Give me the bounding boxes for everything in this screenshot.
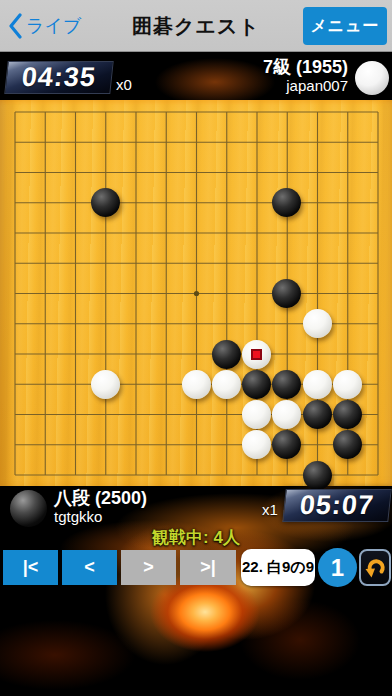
intersection-2-1[interactable]: [30, 97, 60, 127]
intersection-11-12[interactable]: [302, 430, 332, 460]
intersection-13-1[interactable]: [362, 97, 392, 127]
intersection-8-9[interactable]: [211, 339, 241, 369]
intersection-1-12[interactable]: [0, 430, 30, 460]
intersection-1-1[interactable]: [0, 97, 30, 127]
intersection-2-5[interactable]: [30, 218, 60, 248]
intersection-5-2[interactable]: [120, 127, 150, 157]
undo-arrow-icon: [363, 556, 387, 580]
white-player-bar: 04:35 x0 7級 (1955) japan007: [0, 52, 392, 100]
intersection-12-6[interactable]: [332, 248, 362, 278]
menu-button[interactable]: メニュー: [303, 7, 387, 45]
intersection-6-5[interactable]: [151, 218, 181, 248]
intersection-7-2[interactable]: [181, 127, 211, 157]
intersection-4-5[interactable]: [90, 218, 120, 248]
intersection-7-11[interactable]: [181, 399, 211, 429]
intersection-13-3[interactable]: [362, 157, 392, 187]
intersection-11-7[interactable]: [302, 278, 332, 308]
intersection-1-2[interactable]: [0, 127, 30, 157]
intersection-12-8[interactable]: [332, 309, 362, 339]
intersection-3-1[interactable]: [60, 97, 90, 127]
intersection-3-12[interactable]: [60, 430, 90, 460]
intersection-12-12[interactable]: [332, 430, 362, 460]
white-stone: [212, 370, 241, 399]
intersection-10-12[interactable]: [272, 430, 302, 460]
last-move-marker: [251, 349, 262, 360]
black-captures: x1: [262, 501, 278, 518]
prev-move-button[interactable]: <: [62, 550, 117, 585]
intersection-13-2[interactable]: [362, 127, 392, 157]
intersection-13-11[interactable]: [362, 399, 392, 429]
intersection-9-12[interactable]: [241, 430, 271, 460]
intersection-6-2[interactable]: [151, 127, 181, 157]
intersection-12-1[interactable]: [332, 97, 362, 127]
white-player-info: 7級 (1955) japan007: [263, 58, 348, 94]
white-stone: [242, 340, 271, 369]
intersection-1-6[interactable]: [0, 248, 30, 278]
intersection-11-3[interactable]: [302, 157, 332, 187]
intersection-8-2[interactable]: [211, 127, 241, 157]
intersection-10-9[interactable]: [272, 339, 302, 369]
intersection-11-5[interactable]: [302, 218, 332, 248]
go-board[interactable]: [0, 100, 392, 486]
black-stone: [212, 340, 241, 369]
intersection-3-11[interactable]: [60, 399, 90, 429]
intersection-13-6[interactable]: [362, 248, 392, 278]
count-badge[interactable]: 1: [318, 548, 357, 587]
intersection-5-1[interactable]: [120, 97, 150, 127]
black-stone-avatar: [10, 490, 47, 527]
intersection-8-8[interactable]: [211, 309, 241, 339]
intersection-5-7[interactable]: [120, 278, 150, 308]
intersection-2-10[interactable]: [30, 369, 60, 399]
intersection-8-11[interactable]: [211, 399, 241, 429]
intersection-8-10[interactable]: [211, 369, 241, 399]
black-rank: 八段 (2500): [54, 489, 147, 509]
intersection-10-8[interactable]: [272, 309, 302, 339]
intersection-13-9[interactable]: [362, 339, 392, 369]
intersection-11-11[interactable]: [302, 399, 332, 429]
white-username: japan007: [263, 78, 348, 95]
intersection-2-8[interactable]: [30, 309, 60, 339]
intersection-11-2[interactable]: [302, 127, 332, 157]
intersection-10-10[interactable]: [272, 369, 302, 399]
intersection-1-10[interactable]: [0, 369, 30, 399]
intersection-10-5[interactable]: [272, 218, 302, 248]
intersection-5-6[interactable]: [120, 248, 150, 278]
intersection-2-2[interactable]: [30, 127, 60, 157]
black-stone: [272, 370, 301, 399]
intersection-9-8[interactable]: [241, 309, 271, 339]
intersection-10-11[interactable]: [272, 399, 302, 429]
white-stone: [303, 370, 332, 399]
intersection-4-4[interactable]: [90, 188, 120, 218]
intersection-6-12[interactable]: [151, 430, 181, 460]
intersection-12-2[interactable]: [332, 127, 362, 157]
intersection-8-3[interactable]: [211, 157, 241, 187]
intersection-1-4[interactable]: [0, 188, 30, 218]
intersection-7-6[interactable]: [181, 248, 211, 278]
intersection-3-3[interactable]: [60, 157, 90, 187]
intersection-9-10[interactable]: [241, 369, 271, 399]
intersection-7-12[interactable]: [181, 430, 211, 460]
intersection-2-6[interactable]: [30, 248, 60, 278]
intersection-5-11[interactable]: [120, 399, 150, 429]
intersection-12-5[interactable]: [332, 218, 362, 248]
intersection-1-5[interactable]: [0, 218, 30, 248]
intersection-10-6[interactable]: [272, 248, 302, 278]
black-clock-digits: 05:07: [298, 490, 375, 521]
intersection-13-5[interactable]: [362, 218, 392, 248]
black-player-info: 八段 (2500) tgtgkko: [54, 489, 147, 525]
intersection-13-7[interactable]: [362, 278, 392, 308]
intersection-9-5[interactable]: [241, 218, 271, 248]
intersection-3-2[interactable]: [60, 127, 90, 157]
intersection-11-4[interactable]: [302, 188, 332, 218]
white-stone: [91, 370, 120, 399]
white-stone: [303, 309, 332, 338]
intersection-10-2[interactable]: [272, 127, 302, 157]
intersection-2-7[interactable]: [30, 278, 60, 308]
intersection-12-11[interactable]: [332, 399, 362, 429]
first-move-button[interactable]: |<: [3, 550, 58, 585]
intersection-5-8[interactable]: [120, 309, 150, 339]
navigation-bar: ライブ 囲碁クエスト メニュー: [0, 0, 392, 52]
intersection-2-4[interactable]: [30, 188, 60, 218]
black-stone: [242, 370, 271, 399]
white-clock-digits: 04:35: [20, 62, 97, 93]
white-stone: [242, 430, 271, 459]
intersection-12-3[interactable]: [332, 157, 362, 187]
intersection-10-3[interactable]: [272, 157, 302, 187]
intersection-10-1[interactable]: [272, 97, 302, 127]
black-stone: [272, 188, 301, 217]
intersection-7-8[interactable]: [181, 309, 211, 339]
intersection-9-9[interactable]: [241, 339, 271, 369]
intersection-1-9[interactable]: [0, 339, 30, 369]
move-label: 22. 白9の9: [241, 549, 315, 586]
black-clock: 05:07: [282, 489, 391, 522]
intersection-8-12[interactable]: [211, 430, 241, 460]
intersection-3-5[interactable]: [60, 218, 90, 248]
intersection-4-9[interactable]: [90, 339, 120, 369]
intersection-5-9[interactable]: [120, 339, 150, 369]
intersection-7-1[interactable]: [181, 97, 211, 127]
intersection-5-5[interactable]: [120, 218, 150, 248]
intersection-7-3[interactable]: [181, 157, 211, 187]
intersection-4-2[interactable]: [90, 127, 120, 157]
intersection-3-9[interactable]: [60, 339, 90, 369]
white-stone: [333, 370, 362, 399]
intersection-6-11[interactable]: [151, 399, 181, 429]
black-stone: [272, 430, 301, 459]
white-stone: [272, 400, 301, 429]
intersection-4-12[interactable]: [90, 430, 120, 460]
intersection-13-10[interactable]: [362, 369, 392, 399]
intersection-6-4[interactable]: [151, 188, 181, 218]
intersection-7-4[interactable]: [181, 188, 211, 218]
intersection-4-6[interactable]: [90, 248, 120, 278]
intersection-2-12[interactable]: [30, 430, 60, 460]
next-move-button[interactable]: >: [121, 550, 176, 585]
spectator-count: 観戦中: 4人: [0, 526, 392, 549]
intersection-3-6[interactable]: [60, 248, 90, 278]
intersection-11-8[interactable]: [302, 309, 332, 339]
intersection-12-9[interactable]: [332, 339, 362, 369]
intersection-2-3[interactable]: [30, 157, 60, 187]
intersection-6-9[interactable]: [151, 339, 181, 369]
intersection-4-11[interactable]: [90, 399, 120, 429]
intersection-6-6[interactable]: [151, 248, 181, 278]
white-captures: x0: [116, 76, 132, 93]
intersection-7-7[interactable]: [181, 278, 211, 308]
intersection-6-10[interactable]: [151, 369, 181, 399]
intersection-11-10[interactable]: [302, 369, 332, 399]
intersection-8-6[interactable]: [211, 248, 241, 278]
board-grid: [0, 97, 392, 490]
intersection-9-3[interactable]: [241, 157, 271, 187]
intersection-3-10[interactable]: [60, 369, 90, 399]
intersection-5-12[interactable]: [120, 430, 150, 460]
intersection-3-7[interactable]: [60, 278, 90, 308]
white-stone-avatar: [355, 61, 389, 95]
intersection-6-3[interactable]: [151, 157, 181, 187]
black-stone: [272, 279, 301, 308]
intersection-5-4[interactable]: [120, 188, 150, 218]
intersection-4-3[interactable]: [90, 157, 120, 187]
intersection-11-9[interactable]: [302, 339, 332, 369]
white-rank: 7級 (1955): [263, 58, 348, 78]
intersection-4-10[interactable]: [90, 369, 120, 399]
white-clock: 04:35: [4, 61, 113, 94]
intersection-9-4[interactable]: [241, 188, 271, 218]
intersection-8-1[interactable]: [211, 97, 241, 127]
intersection-1-3[interactable]: [0, 157, 30, 187]
intersection-1-8[interactable]: [0, 309, 30, 339]
intersection-10-7[interactable]: [272, 278, 302, 308]
intersection-9-11[interactable]: [241, 399, 271, 429]
intersection-1-7[interactable]: [0, 278, 30, 308]
intersection-13-8[interactable]: [362, 309, 392, 339]
intersection-3-8[interactable]: [60, 309, 90, 339]
last-move-button[interactable]: >|: [180, 550, 236, 585]
intersection-9-6[interactable]: [241, 248, 271, 278]
intersection-13-12[interactable]: [362, 430, 392, 460]
intersection-8-7[interactable]: [211, 278, 241, 308]
intersection-13-4[interactable]: [362, 188, 392, 218]
black-stone: [91, 188, 120, 217]
move-controls: |< < > >| 22. 白9の9 1: [0, 550, 392, 587]
intersection-12-10[interactable]: [332, 369, 362, 399]
black-username: tgtgkko: [54, 509, 147, 526]
intersection-4-1[interactable]: [90, 97, 120, 127]
intersection-6-1[interactable]: [151, 97, 181, 127]
intersection-8-4[interactable]: [211, 188, 241, 218]
intersection-6-8[interactable]: [151, 309, 181, 339]
intersection-9-2[interactable]: [241, 127, 271, 157]
intersection-9-7[interactable]: [241, 278, 271, 308]
white-stone: [182, 370, 211, 399]
intersection-11-1[interactable]: [302, 97, 332, 127]
intersection-4-7[interactable]: [90, 278, 120, 308]
intersection-12-4[interactable]: [332, 188, 362, 218]
intersection-7-10[interactable]: [181, 369, 211, 399]
black-stone: [303, 400, 332, 429]
intersection-3-4[interactable]: [60, 188, 90, 218]
intersection-5-3[interactable]: [120, 157, 150, 187]
intersection-12-7[interactable]: [332, 278, 362, 308]
white-stone: [242, 400, 271, 429]
intersection-5-10[interactable]: [120, 369, 150, 399]
intersection-7-5[interactable]: [181, 218, 211, 248]
intersection-1-11[interactable]: [0, 399, 30, 429]
intersection-9-1[interactable]: [241, 97, 271, 127]
intersection-11-6[interactable]: [302, 248, 332, 278]
undo-button[interactable]: [359, 549, 391, 586]
intersection-4-8[interactable]: [90, 309, 120, 339]
intersection-8-5[interactable]: [211, 218, 241, 248]
intersection-6-7[interactable]: [151, 278, 181, 308]
black-stone: [333, 430, 362, 459]
intersection-2-9[interactable]: [30, 339, 60, 369]
intersection-7-9[interactable]: [181, 339, 211, 369]
intersection-2-11[interactable]: [30, 399, 60, 429]
black-stone: [333, 400, 362, 429]
intersection-10-4[interactable]: [272, 188, 302, 218]
